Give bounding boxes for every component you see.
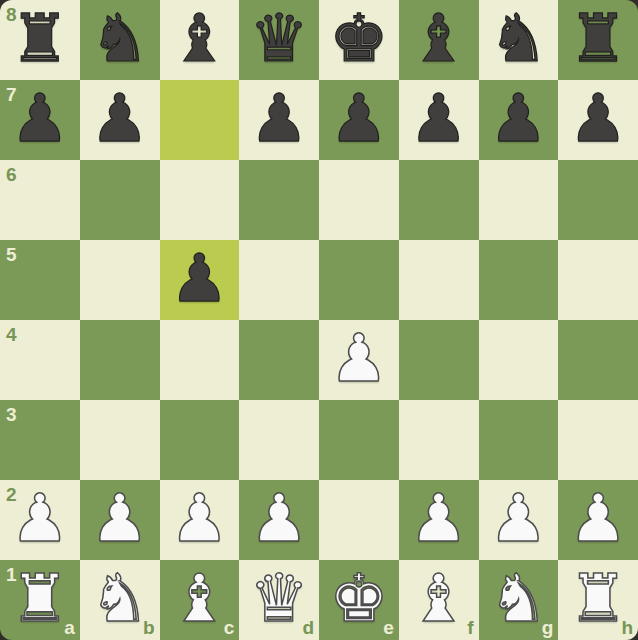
piece-white-pawn[interactable]: ♟ [569, 486, 628, 552]
square-b3[interactable] [80, 400, 160, 480]
square-h6[interactable] [558, 160, 638, 240]
file-label-c: c [224, 618, 235, 637]
square-c2[interactable]: ♟ [160, 480, 240, 560]
file-label-h: h [621, 618, 633, 637]
piece-black-pawn[interactable]: ♟ [250, 86, 309, 152]
square-g8[interactable]: ♞ [479, 0, 559, 80]
piece-black-pawn[interactable]: ♟ [409, 86, 468, 152]
square-c7[interactable] [160, 80, 240, 160]
square-c6[interactable] [160, 160, 240, 240]
square-b8[interactable]: ♞ [80, 0, 160, 80]
square-g7[interactable]: ♟ [479, 80, 559, 160]
square-b7[interactable]: ♟ [80, 80, 160, 160]
square-g1[interactable]: ♞g [479, 560, 559, 640]
square-h8[interactable]: ♜ [558, 0, 638, 80]
square-f1[interactable]: ♝f [399, 560, 479, 640]
square-a2[interactable]: ♟2 [0, 480, 80, 560]
piece-white-bishop[interactable]: ♝ [409, 566, 468, 632]
square-d5[interactable] [239, 240, 319, 320]
square-f7[interactable]: ♟ [399, 80, 479, 160]
piece-white-bishop[interactable]: ♝ [170, 566, 229, 632]
piece-black-pawn[interactable]: ♟ [90, 86, 149, 152]
piece-white-pawn[interactable]: ♟ [250, 486, 309, 552]
square-f6[interactable] [399, 160, 479, 240]
square-a8[interactable]: ♜8 [0, 0, 80, 80]
square-b2[interactable]: ♟ [80, 480, 160, 560]
square-f4[interactable] [399, 320, 479, 400]
square-g6[interactable] [479, 160, 559, 240]
square-d8[interactable]: ♛ [239, 0, 319, 80]
piece-black-pawn[interactable]: ♟ [489, 86, 548, 152]
square-g4[interactable] [479, 320, 559, 400]
piece-black-pawn[interactable]: ♟ [10, 86, 69, 152]
square-d7[interactable]: ♟ [239, 80, 319, 160]
square-d2[interactable]: ♟ [239, 480, 319, 560]
square-b6[interactable] [80, 160, 160, 240]
square-a6[interactable]: 6 [0, 160, 80, 240]
square-e5[interactable] [319, 240, 399, 320]
piece-white-pawn[interactable]: ♟ [329, 326, 388, 392]
rank-label-1: 1 [6, 565, 17, 584]
square-h2[interactable]: ♟ [558, 480, 638, 560]
rank-label-7: 7 [6, 85, 17, 104]
rank-label-6: 6 [6, 165, 17, 184]
piece-black-bishop[interactable]: ♝ [409, 6, 468, 72]
square-a3[interactable]: 3 [0, 400, 80, 480]
piece-white-king[interactable]: ♚ [329, 566, 388, 632]
rank-label-3: 3 [6, 405, 17, 424]
square-d6[interactable] [239, 160, 319, 240]
piece-white-knight[interactable]: ♞ [489, 566, 548, 632]
square-e4[interactable]: ♟ [319, 320, 399, 400]
square-c3[interactable] [160, 400, 240, 480]
file-label-g: g [542, 618, 554, 637]
piece-white-pawn[interactable]: ♟ [409, 486, 468, 552]
square-e6[interactable] [319, 160, 399, 240]
piece-black-pawn[interactable]: ♟ [170, 246, 229, 312]
square-b4[interactable] [80, 320, 160, 400]
square-c1[interactable]: ♝c [160, 560, 240, 640]
file-label-b: b [143, 618, 155, 637]
square-h5[interactable] [558, 240, 638, 320]
rank-label-4: 4 [6, 325, 17, 344]
square-f3[interactable] [399, 400, 479, 480]
square-h7[interactable]: ♟ [558, 80, 638, 160]
rank-label-2: 2 [6, 485, 17, 504]
piece-black-pawn[interactable]: ♟ [329, 86, 388, 152]
square-b1[interactable]: ♞b [80, 560, 160, 640]
square-a4[interactable]: 4 [0, 320, 80, 400]
square-h4[interactable] [558, 320, 638, 400]
square-d1[interactable]: ♛d [239, 560, 319, 640]
piece-white-pawn[interactable]: ♟ [489, 486, 548, 552]
piece-white-queen[interactable]: ♛ [250, 566, 309, 632]
rank-label-5: 5 [6, 245, 17, 264]
square-e7[interactable]: ♟ [319, 80, 399, 160]
file-label-a: a [64, 618, 75, 637]
square-c4[interactable] [160, 320, 240, 400]
piece-white-rook[interactable]: ♜ [569, 566, 628, 632]
piece-white-pawn[interactable]: ♟ [170, 486, 229, 552]
square-e2[interactable] [319, 480, 399, 560]
piece-white-pawn[interactable]: ♟ [90, 486, 149, 552]
piece-white-knight[interactable]: ♞ [90, 566, 149, 632]
piece-black-pawn[interactable]: ♟ [569, 86, 628, 152]
chess-board: ♜8♞♝♛♚♝♞♜♟7♟♟♟♟♟♟65♟4♟3♟2♟♟♟♟♟♟♜1a♞b♝c♛d… [0, 0, 638, 640]
piece-black-rook[interactable]: ♜ [569, 6, 628, 72]
piece-black-bishop[interactable]: ♝ [170, 6, 229, 72]
file-label-d: d [302, 618, 314, 637]
square-a1[interactable]: ♜1a [0, 560, 80, 640]
file-label-e: e [383, 618, 394, 637]
square-g3[interactable] [479, 400, 559, 480]
square-a7[interactable]: ♟7 [0, 80, 80, 160]
square-d4[interactable] [239, 320, 319, 400]
square-a5[interactable]: 5 [0, 240, 80, 320]
piece-black-queen[interactable]: ♛ [250, 6, 309, 72]
piece-black-knight[interactable]: ♞ [489, 6, 548, 72]
square-g2[interactable]: ♟ [479, 480, 559, 560]
square-c8[interactable]: ♝ [160, 0, 240, 80]
square-f8[interactable]: ♝ [399, 0, 479, 80]
square-f2[interactable]: ♟ [399, 480, 479, 560]
square-b5[interactable] [80, 240, 160, 320]
rank-label-8: 8 [6, 5, 17, 24]
piece-black-knight[interactable]: ♞ [90, 6, 149, 72]
square-d3[interactable] [239, 400, 319, 480]
square-h3[interactable] [558, 400, 638, 480]
square-g5[interactable] [479, 240, 559, 320]
piece-white-pawn[interactable]: ♟ [10, 486, 69, 552]
piece-white-rook[interactable]: ♜ [10, 566, 69, 632]
square-c5[interactable]: ♟ [160, 240, 240, 320]
square-e3[interactable] [319, 400, 399, 480]
file-label-f: f [467, 618, 473, 637]
piece-black-king[interactable]: ♚ [329, 6, 388, 72]
square-h1[interactable]: ♜h [558, 560, 638, 640]
piece-black-rook[interactable]: ♜ [10, 6, 69, 72]
square-e8[interactable]: ♚ [319, 0, 399, 80]
square-f5[interactable] [399, 240, 479, 320]
square-e1[interactable]: ♚e [319, 560, 399, 640]
